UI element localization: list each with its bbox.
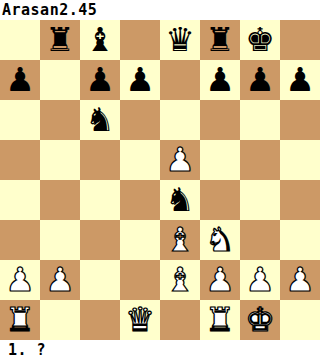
- black-bishop-piece[interactable]: ♝: [80, 20, 120, 60]
- square-h7[interactable]: ♟: [280, 60, 320, 100]
- black-rook-piece[interactable]: ♜: [200, 20, 240, 60]
- square-e6[interactable]: [160, 100, 200, 140]
- square-d1[interactable]: ♛: [120, 300, 160, 340]
- square-g8[interactable]: ♚: [240, 20, 280, 60]
- square-b5[interactable]: [40, 140, 80, 180]
- square-g4[interactable]: [240, 180, 280, 220]
- square-f5[interactable]: [200, 140, 240, 180]
- square-c2[interactable]: [80, 260, 120, 300]
- square-e8[interactable]: ♛: [160, 20, 200, 60]
- white-knight-piece[interactable]: ♞: [200, 220, 240, 260]
- square-d4[interactable]: [120, 180, 160, 220]
- square-f6[interactable]: [200, 100, 240, 140]
- square-b8[interactable]: ♜: [40, 20, 80, 60]
- square-f4[interactable]: [200, 180, 240, 220]
- white-bishop-piece[interactable]: ♝: [160, 260, 200, 300]
- square-g5[interactable]: [240, 140, 280, 180]
- white-pawn-piece[interactable]: ♟: [0, 260, 40, 300]
- square-f8[interactable]: ♜: [200, 20, 240, 60]
- square-h5[interactable]: [280, 140, 320, 180]
- square-c6[interactable]: ♞: [80, 100, 120, 140]
- white-pawn-piece[interactable]: ♟: [160, 140, 200, 180]
- square-e7[interactable]: [160, 60, 200, 100]
- white-pawn-piece[interactable]: ♟: [40, 260, 80, 300]
- white-pawn-piece[interactable]: ♟: [200, 260, 240, 300]
- black-pawn-piece[interactable]: ♟: [200, 60, 240, 100]
- square-a8[interactable]: [0, 20, 40, 60]
- square-b7[interactable]: [40, 60, 80, 100]
- square-f2[interactable]: ♟: [200, 260, 240, 300]
- black-knight-piece[interactable]: ♞: [80, 100, 120, 140]
- square-a4[interactable]: [0, 180, 40, 220]
- square-c4[interactable]: [80, 180, 120, 220]
- square-b2[interactable]: ♟: [40, 260, 80, 300]
- square-e3[interactable]: ♝: [160, 220, 200, 260]
- black-queen-piece[interactable]: ♛: [160, 20, 200, 60]
- white-bishop-piece[interactable]: ♝: [160, 220, 200, 260]
- app-title: Arasan2.45: [2, 1, 97, 19]
- white-queen-piece[interactable]: ♛: [120, 300, 160, 340]
- square-g6[interactable]: [240, 100, 280, 140]
- black-knight-piece[interactable]: ♞: [160, 180, 200, 220]
- square-b3[interactable]: [40, 220, 80, 260]
- square-a1[interactable]: ♜: [0, 300, 40, 340]
- black-king-piece[interactable]: ♚: [240, 20, 280, 60]
- square-a7[interactable]: ♟: [0, 60, 40, 100]
- square-d3[interactable]: [120, 220, 160, 260]
- square-g2[interactable]: ♟: [240, 260, 280, 300]
- square-h3[interactable]: [280, 220, 320, 260]
- black-rook-piece[interactable]: ♜: [40, 20, 80, 60]
- square-h8[interactable]: [280, 20, 320, 60]
- black-pawn-piece[interactable]: ♟: [80, 60, 120, 100]
- square-f3[interactable]: ♞: [200, 220, 240, 260]
- arasan-window: Arasan2.45 ♜♝♛♜♚♟♟♟♟♟♟♞♟♞♝♞♟♟♝♟♟♟♜♛♜♚ 1.…: [0, 0, 320, 360]
- white-pawn-piece[interactable]: ♟: [240, 260, 280, 300]
- square-d5[interactable]: [120, 140, 160, 180]
- square-h1[interactable]: [280, 300, 320, 340]
- square-g3[interactable]: [240, 220, 280, 260]
- square-b1[interactable]: [40, 300, 80, 340]
- status-bar: 1. ?: [0, 340, 320, 360]
- square-d8[interactable]: [120, 20, 160, 60]
- square-g7[interactable]: ♟: [240, 60, 280, 100]
- title-bar: Arasan2.45: [0, 0, 320, 20]
- black-pawn-piece[interactable]: ♟: [240, 60, 280, 100]
- square-c5[interactable]: [80, 140, 120, 180]
- square-h2[interactable]: ♟: [280, 260, 320, 300]
- square-f7[interactable]: ♟: [200, 60, 240, 100]
- square-a5[interactable]: [0, 140, 40, 180]
- square-a6[interactable]: [0, 100, 40, 140]
- square-c8[interactable]: ♝: [80, 20, 120, 60]
- square-e2[interactable]: ♝: [160, 260, 200, 300]
- square-f1[interactable]: ♜: [200, 300, 240, 340]
- black-pawn-piece[interactable]: ♟: [0, 60, 40, 100]
- white-rook-piece[interactable]: ♜: [200, 300, 240, 340]
- square-d7[interactable]: ♟: [120, 60, 160, 100]
- black-pawn-piece[interactable]: ♟: [280, 60, 320, 100]
- white-rook-piece[interactable]: ♜: [0, 300, 40, 340]
- square-d2[interactable]: [120, 260, 160, 300]
- square-g1[interactable]: ♚: [240, 300, 280, 340]
- square-e5[interactable]: ♟: [160, 140, 200, 180]
- square-d6[interactable]: [120, 100, 160, 140]
- black-pawn-piece[interactable]: ♟: [120, 60, 160, 100]
- white-king-piece[interactable]: ♚: [240, 300, 280, 340]
- square-e4[interactable]: ♞: [160, 180, 200, 220]
- square-a2[interactable]: ♟: [0, 260, 40, 300]
- square-e1[interactable]: [160, 300, 200, 340]
- white-pawn-piece[interactable]: ♟: [280, 260, 320, 300]
- move-prompt: 1. ?: [8, 341, 46, 359]
- chess-board: ♜♝♛♜♚♟♟♟♟♟♟♞♟♞♝♞♟♟♝♟♟♟♜♛♜♚: [0, 20, 320, 340]
- square-b4[interactable]: [40, 180, 80, 220]
- square-c1[interactable]: [80, 300, 120, 340]
- square-c3[interactable]: [80, 220, 120, 260]
- square-h6[interactable]: [280, 100, 320, 140]
- square-h4[interactable]: [280, 180, 320, 220]
- square-b6[interactable]: [40, 100, 80, 140]
- square-c7[interactable]: ♟: [80, 60, 120, 100]
- square-a3[interactable]: [0, 220, 40, 260]
